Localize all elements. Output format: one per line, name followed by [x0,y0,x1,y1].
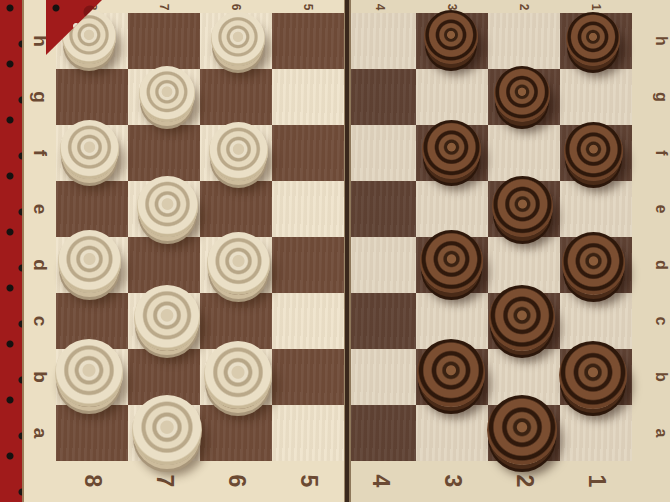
square-c4[interactable] [344,293,416,349]
square-g1[interactable] [560,69,632,125]
piece-white-f8[interactable] [60,120,119,179]
file-label-right-c: c [652,317,670,326]
square-b1[interactable] [560,349,632,405]
piece-white-c7[interactable] [134,285,200,351]
border-right-file-labels: hgfedcba [650,13,670,461]
piece-white-g7[interactable] [139,66,195,122]
piece-dark-g2[interactable] [494,66,550,122]
square-d5[interactable] [272,237,344,293]
square-f5[interactable] [272,125,344,181]
file-label-right-h: h [652,36,670,46]
rank-label-bottom-8: 8 [79,475,106,488]
square-d1[interactable] [560,237,632,293]
piece-dark-c2[interactable] [489,285,555,351]
square-a7[interactable] [128,405,200,461]
square-f3[interactable] [416,125,488,181]
piece-dark-b1[interactable] [559,341,627,409]
square-g7[interactable] [128,69,200,125]
rank-label-top-6: 6 [229,4,243,11]
square-b6[interactable] [200,349,272,405]
piece-white-d8[interactable] [58,230,121,293]
square-g8[interactable] [56,69,128,125]
piece-dark-d1[interactable] [562,232,625,295]
rank-label-top-4: 4 [373,4,387,11]
piece-white-b8[interactable] [55,339,123,407]
square-f4[interactable] [344,125,416,181]
square-f2[interactable] [488,125,560,181]
square-a4[interactable] [344,405,416,461]
square-f6[interactable] [200,125,272,181]
piece-white-b6[interactable] [204,341,272,409]
square-c7[interactable] [128,293,200,349]
square-a5[interactable] [272,405,344,461]
square-b5[interactable] [272,349,344,405]
rank-label-top-1: 1 [589,4,603,11]
piece-dark-h3[interactable] [424,10,478,64]
square-h5[interactable] [272,13,344,69]
piece-dark-h1[interactable] [566,12,620,66]
rank-label-top-7: 7 [157,4,171,11]
piece-white-h6[interactable] [211,12,265,66]
square-d8[interactable] [56,237,128,293]
square-a6[interactable] [200,405,272,461]
square-a3[interactable] [416,405,488,461]
rank-label-bottom-5: 5 [295,475,322,488]
square-a2[interactable] [488,405,560,461]
piece-white-d6[interactable] [207,232,270,295]
rank-label-bottom-3: 3 [439,475,466,488]
rank-label-bottom-1: 1 [583,475,610,488]
square-d3[interactable] [416,237,488,293]
square-e6[interactable] [200,181,272,237]
square-c5[interactable] [272,293,344,349]
piece-dark-f3[interactable] [422,120,481,179]
file-label-left-f: f [29,150,51,156]
square-e8[interactable] [56,181,128,237]
file-label-left-e: e [29,204,51,215]
piece-white-a7[interactable] [132,395,202,465]
square-f8[interactable] [56,125,128,181]
file-label-right-a: a [652,429,670,438]
piece-dark-f1[interactable] [564,122,623,181]
file-label-left-c: c [29,316,51,327]
file-label-left-a: a [29,428,51,439]
square-g3[interactable] [416,69,488,125]
border-left-file-labels: hgfedcba [24,13,56,461]
square-h4[interactable] [344,13,416,69]
piece-white-e7[interactable] [137,176,198,237]
square-h7[interactable] [128,13,200,69]
file-label-right-d: d [652,260,670,270]
square-h3[interactable] [416,13,488,69]
square-e5[interactable] [272,181,344,237]
square-a8[interactable] [56,405,128,461]
rank-label-top-5: 5 [301,4,315,11]
square-e3[interactable] [416,181,488,237]
file-label-left-g: g [29,91,51,103]
square-e2[interactable] [488,181,560,237]
rank-label-bottom-4: 4 [367,475,394,488]
square-f7[interactable] [128,125,200,181]
square-g2[interactable] [488,69,560,125]
square-h1[interactable] [560,13,632,69]
file-label-right-e: e [652,205,670,214]
square-g6[interactable] [200,69,272,125]
square-e1[interactable] [560,181,632,237]
file-label-right-b: b [652,372,670,382]
file-label-left-b: b [29,371,51,383]
square-c2[interactable] [488,293,560,349]
photo-scene: 87654321 87654321 hgfedcba hgfedcba [0,0,670,502]
file-label-left-d: d [29,259,51,271]
square-d4[interactable] [344,237,416,293]
square-a1[interactable] [560,405,632,461]
rank-label-bottom-7: 7 [151,475,178,488]
piece-dark-b3[interactable] [417,339,485,407]
square-b8[interactable] [56,349,128,405]
square-e7[interactable] [128,181,200,237]
file-label-right-g: g [652,92,670,102]
square-e4[interactable] [344,181,416,237]
square-f1[interactable] [560,125,632,181]
rank-label-top-2: 2 [517,4,531,11]
square-g4[interactable] [344,69,416,125]
square-b4[interactable] [344,349,416,405]
rank-label-bottom-2: 2 [511,475,538,488]
checkers-board: 87654321 87654321 hgfedcba hgfedcba [22,0,670,502]
square-b3[interactable] [416,349,488,405]
carpet-left-edge [0,0,22,502]
file-label-right-f: f [652,150,670,155]
piece-dark-a2[interactable] [487,395,557,465]
rank-label-bottom-6: 6 [223,475,250,488]
piece-white-f6[interactable] [209,122,268,181]
square-d6[interactable] [200,237,272,293]
board-fold-seam [344,0,351,502]
square-g5[interactable] [272,69,344,125]
square-h6[interactable] [200,13,272,69]
piece-dark-d3[interactable] [420,230,483,293]
square-h2[interactable] [488,13,560,69]
piece-dark-e2[interactable] [492,176,553,237]
